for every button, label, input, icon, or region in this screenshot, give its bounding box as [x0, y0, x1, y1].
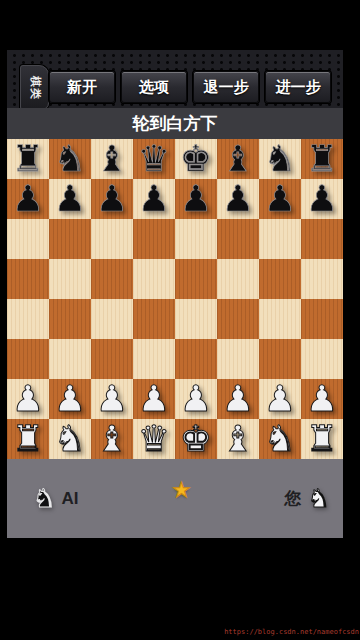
- square-c6[interactable]: [91, 219, 133, 259]
- square-b1[interactable]: ♞: [49, 419, 91, 459]
- square-a4[interactable]: [7, 299, 49, 339]
- square-d2[interactable]: ♟: [133, 379, 175, 419]
- piece-white-knight: ♞: [54, 421, 86, 457]
- piece-black-pawn: ♟: [54, 181, 86, 217]
- piece-white-pawn: ♟: [54, 381, 86, 417]
- piece-black-pawn: ♟: [222, 181, 254, 217]
- piece-white-pawn: ♟: [222, 381, 254, 417]
- piece-black-pawn: ♟: [138, 181, 170, 217]
- white-knight-icon: ♞: [308, 486, 330, 511]
- piece-black-queen: ♛: [138, 141, 170, 177]
- square-d3[interactable]: [133, 339, 175, 379]
- square-a5[interactable]: [7, 259, 49, 299]
- piece-white-bishop: ♝: [96, 421, 128, 457]
- piece-black-rook: ♜: [306, 141, 338, 177]
- square-a1[interactable]: ♜: [7, 419, 49, 459]
- new-game-button[interactable]: 新开: [49, 71, 115, 103]
- square-d1[interactable]: ♛: [133, 419, 175, 459]
- square-e7[interactable]: ♟: [175, 179, 217, 219]
- square-c5[interactable]: [91, 259, 133, 299]
- piece-white-rook: ♜: [12, 421, 44, 457]
- black-knight-icon: ♞: [33, 486, 55, 511]
- square-a3[interactable]: [7, 339, 49, 379]
- square-d4[interactable]: [133, 299, 175, 339]
- piece-black-pawn: ♟: [306, 181, 338, 217]
- chess-board: ♜♞♝♛♚♝♞♜♟♟♟♟♟♟♟♟♟♟♟♟♟♟♟♟♜♞♝♛♚♝♞♜: [7, 139, 343, 459]
- piece-black-pawn: ♟: [264, 181, 296, 217]
- square-c7[interactable]: ♟: [91, 179, 133, 219]
- piece-white-rook: ♜: [306, 421, 338, 457]
- square-g5[interactable]: [259, 259, 301, 299]
- square-b3[interactable]: [49, 339, 91, 379]
- square-d6[interactable]: [133, 219, 175, 259]
- square-d7[interactable]: ♟: [133, 179, 175, 219]
- piece-black-pawn: ♟: [96, 181, 128, 217]
- square-e6[interactable]: [175, 219, 217, 259]
- square-e4[interactable]: [175, 299, 217, 339]
- square-f1[interactable]: ♝: [217, 419, 259, 459]
- you-player-group: 您 ♞: [285, 486, 330, 511]
- you-player-label: 您: [285, 487, 302, 510]
- square-b8[interactable]: ♞: [49, 139, 91, 179]
- square-h7[interactable]: ♟: [301, 179, 343, 219]
- square-e5[interactable]: [175, 259, 217, 299]
- piece-white-queen: ♛: [138, 421, 170, 457]
- piece-white-pawn: ♟: [306, 381, 338, 417]
- piece-black-rook: ♜: [12, 141, 44, 177]
- square-c3[interactable]: [91, 339, 133, 379]
- square-g8[interactable]: ♞: [259, 139, 301, 179]
- square-a6[interactable]: [7, 219, 49, 259]
- piece-white-pawn: ♟: [264, 381, 296, 417]
- ai-player-label: AI: [61, 489, 78, 509]
- square-e1[interactable]: ♚: [175, 419, 217, 459]
- square-c2[interactable]: ♟: [91, 379, 133, 419]
- square-g1[interactable]: ♞: [259, 419, 301, 459]
- game-type-tab[interactable]: 棋类: [20, 65, 49, 110]
- square-c4[interactable]: [91, 299, 133, 339]
- piece-white-pawn: ♟: [96, 381, 128, 417]
- square-e3[interactable]: [175, 339, 217, 379]
- piece-white-king: ♚: [180, 421, 212, 457]
- square-c1[interactable]: ♝: [91, 419, 133, 459]
- square-b5[interactable]: [49, 259, 91, 299]
- undo-move-button[interactable]: 退一步: [193, 71, 259, 103]
- square-b4[interactable]: [49, 299, 91, 339]
- square-h5[interactable]: [301, 259, 343, 299]
- piece-black-bishop: ♝: [222, 141, 254, 177]
- square-e8[interactable]: ♚: [175, 139, 217, 179]
- square-b7[interactable]: ♟: [49, 179, 91, 219]
- square-h4[interactable]: [301, 299, 343, 339]
- turn-indicator: 轮到白方下: [7, 108, 343, 139]
- square-f4[interactable]: [217, 299, 259, 339]
- game-type-tab-label: 棋类: [27, 76, 42, 100]
- square-a7[interactable]: ♟: [7, 179, 49, 219]
- square-g4[interactable]: [259, 299, 301, 339]
- piece-white-pawn: ♟: [12, 381, 44, 417]
- square-a2[interactable]: ♟: [7, 379, 49, 419]
- square-d8[interactable]: ♛: [133, 139, 175, 179]
- square-h3[interactable]: [301, 339, 343, 379]
- square-b2[interactable]: ♟: [49, 379, 91, 419]
- square-g3[interactable]: [259, 339, 301, 379]
- piece-black-pawn: ♟: [180, 181, 212, 217]
- square-g6[interactable]: [259, 219, 301, 259]
- player-bar: ♞ AI ★ 您 ♞: [7, 459, 343, 538]
- square-c8[interactable]: ♝: [91, 139, 133, 179]
- square-h1[interactable]: ♜: [301, 419, 343, 459]
- square-b6[interactable]: [49, 219, 91, 259]
- piece-white-pawn: ♟: [138, 381, 170, 417]
- turn-indicator-text: 轮到白方下: [133, 112, 218, 135]
- square-h8[interactable]: ♜: [301, 139, 343, 179]
- square-a8[interactable]: ♜: [7, 139, 49, 179]
- piece-black-bishop: ♝: [96, 141, 128, 177]
- piece-black-pawn: ♟: [12, 181, 44, 217]
- square-f3[interactable]: [217, 339, 259, 379]
- square-f6[interactable]: [217, 219, 259, 259]
- square-f8[interactable]: ♝: [217, 139, 259, 179]
- options-button[interactable]: 选项: [121, 71, 187, 103]
- square-f5[interactable]: [217, 259, 259, 299]
- square-f2[interactable]: ♟: [217, 379, 259, 419]
- square-f7[interactable]: ♟: [217, 179, 259, 219]
- square-h6[interactable]: [301, 219, 343, 259]
- star-icon: ★: [172, 478, 191, 502]
- toolbar: 棋类 新开 选项 退一步 进一步: [7, 50, 343, 108]
- piece-white-pawn: ♟: [180, 381, 212, 417]
- piece-black-knight: ♞: [54, 141, 86, 177]
- piece-black-knight: ♞: [264, 141, 296, 177]
- square-d5[interactable]: [133, 259, 175, 299]
- square-h2[interactable]: ♟: [301, 379, 343, 419]
- phone-screen: 棋类 新开 选项 退一步 进一步 轮到白方下 ♜♞♝♛♚♝♞♜♟♟♟♟♟♟♟♟♟…: [0, 0, 360, 640]
- piece-white-knight: ♞: [264, 421, 296, 457]
- ai-player-group: ♞ AI: [33, 486, 78, 511]
- watermark-url: https://blog.csdn.net/nameofcsdn: [224, 628, 359, 636]
- square-g7[interactable]: ♟: [259, 179, 301, 219]
- square-g2[interactable]: ♟: [259, 379, 301, 419]
- piece-black-king: ♚: [180, 141, 212, 177]
- square-e2[interactable]: ♟: [175, 379, 217, 419]
- redo-move-button[interactable]: 进一步: [265, 71, 331, 103]
- piece-white-bishop: ♝: [222, 421, 254, 457]
